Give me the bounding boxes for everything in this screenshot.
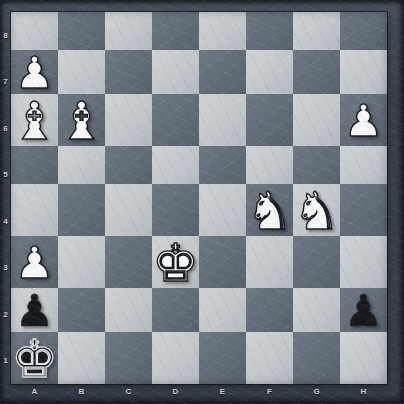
rank-label-8: 8 [0, 12, 11, 59]
square-b6[interactable]: ♝ [58, 94, 105, 146]
square-f2[interactable] [246, 288, 293, 332]
square-c7[interactable] [105, 50, 152, 94]
piece-black-pawn[interactable]: ♟ [344, 289, 383, 333]
square-d5[interactable] [152, 146, 199, 184]
square-e4[interactable] [199, 184, 246, 236]
rank-labels: 87654321 [0, 12, 11, 384]
square-a2[interactable]: ♟ [11, 288, 58, 332]
rank-label-6: 6 [0, 105, 11, 152]
square-f7[interactable] [246, 50, 293, 94]
square-e5[interactable] [199, 146, 246, 184]
square-e1[interactable] [199, 332, 246, 384]
file-label-c: C [105, 384, 152, 398]
square-c3[interactable] [105, 236, 152, 288]
square-g5[interactable] [293, 146, 340, 184]
square-f1[interactable] [246, 332, 293, 384]
square-b8[interactable] [58, 12, 105, 50]
square-a4[interactable] [11, 184, 58, 236]
square-a3[interactable]: ♟ [11, 236, 58, 288]
square-g6[interactable] [293, 94, 340, 146]
square-f8[interactable] [246, 12, 293, 50]
square-d6[interactable] [152, 94, 199, 146]
rank-label-3: 3 [0, 245, 11, 292]
square-c4[interactable] [105, 184, 152, 236]
square-d2[interactable] [152, 288, 199, 332]
rank-label-4: 4 [0, 198, 11, 245]
square-d4[interactable] [152, 184, 199, 236]
square-b4[interactable] [58, 184, 105, 236]
square-b2[interactable] [58, 288, 105, 332]
piece-white-knight[interactable]: ♞ [246, 185, 293, 237]
square-e6[interactable] [199, 94, 246, 146]
square-b1[interactable] [58, 332, 105, 384]
square-g1[interactable] [293, 332, 340, 384]
file-label-d: D [152, 384, 199, 398]
square-h5[interactable] [340, 146, 387, 184]
rank-label-2: 2 [0, 291, 11, 338]
square-b3[interactable] [58, 236, 105, 288]
square-g7[interactable] [293, 50, 340, 94]
square-e8[interactable] [199, 12, 246, 50]
square-d1[interactable] [152, 332, 199, 384]
piece-white-bishop[interactable]: ♝ [58, 95, 105, 147]
file-label-f: F [246, 384, 293, 398]
square-d3[interactable]: ♚ [152, 236, 199, 288]
square-e2[interactable] [199, 288, 246, 332]
piece-black-pawn[interactable]: ♟ [15, 289, 54, 333]
square-c1[interactable] [105, 332, 152, 384]
square-h2[interactable]: ♟ [340, 288, 387, 332]
rank-label-1: 1 [0, 338, 11, 385]
square-f6[interactable] [246, 94, 293, 146]
square-g4[interactable]: ♞ [293, 184, 340, 236]
square-c5[interactable] [105, 146, 152, 184]
square-a1[interactable]: ♚ [11, 332, 58, 384]
square-c6[interactable] [105, 94, 152, 146]
square-c8[interactable] [105, 12, 152, 50]
square-f5[interactable] [246, 146, 293, 184]
square-f3[interactable] [246, 236, 293, 288]
square-g3[interactable] [293, 236, 340, 288]
square-e3[interactable] [199, 236, 246, 288]
square-a6[interactable]: ♝ [11, 94, 58, 146]
square-h3[interactable] [340, 236, 387, 288]
square-a7[interactable]: ♟ [11, 50, 58, 94]
file-label-e: E [199, 384, 246, 398]
square-h6[interactable]: ♟ [340, 94, 387, 146]
chess-board: ♟♝♝♟♞♞♟♚♟♟♚ [11, 12, 387, 384]
square-h4[interactable] [340, 184, 387, 236]
square-b7[interactable] [58, 50, 105, 94]
square-d8[interactable] [152, 12, 199, 50]
chess-board-frame: 87654321 ABCDEFGH ♟♝♝♟♞♞♟♚♟♟♚ [0, 0, 404, 404]
square-a8[interactable] [11, 12, 58, 50]
square-f4[interactable]: ♞ [246, 184, 293, 236]
square-h7[interactable] [340, 50, 387, 94]
piece-white-pawn[interactable]: ♟ [15, 241, 54, 285]
square-c2[interactable] [105, 288, 152, 332]
square-g8[interactable] [293, 12, 340, 50]
piece-white-king[interactable]: ♚ [152, 237, 199, 289]
square-g2[interactable] [293, 288, 340, 332]
file-label-b: B [58, 384, 105, 398]
file-labels: ABCDEFGH [11, 384, 387, 398]
piece-black-king[interactable]: ♚ [11, 333, 58, 385]
piece-white-bishop[interactable]: ♝ [11, 95, 58, 147]
piece-white-pawn[interactable]: ♟ [344, 99, 383, 143]
file-label-h: H [340, 384, 387, 398]
square-a5[interactable] [11, 146, 58, 184]
square-e7[interactable] [199, 50, 246, 94]
file-label-g: G [293, 384, 340, 398]
square-h8[interactable] [340, 12, 387, 50]
piece-white-pawn[interactable]: ♟ [15, 51, 54, 95]
piece-white-knight[interactable]: ♞ [293, 185, 340, 237]
rank-label-7: 7 [0, 59, 11, 106]
square-d7[interactable] [152, 50, 199, 94]
square-h1[interactable] [340, 332, 387, 384]
square-b5[interactable] [58, 146, 105, 184]
rank-label-5: 5 [0, 152, 11, 199]
